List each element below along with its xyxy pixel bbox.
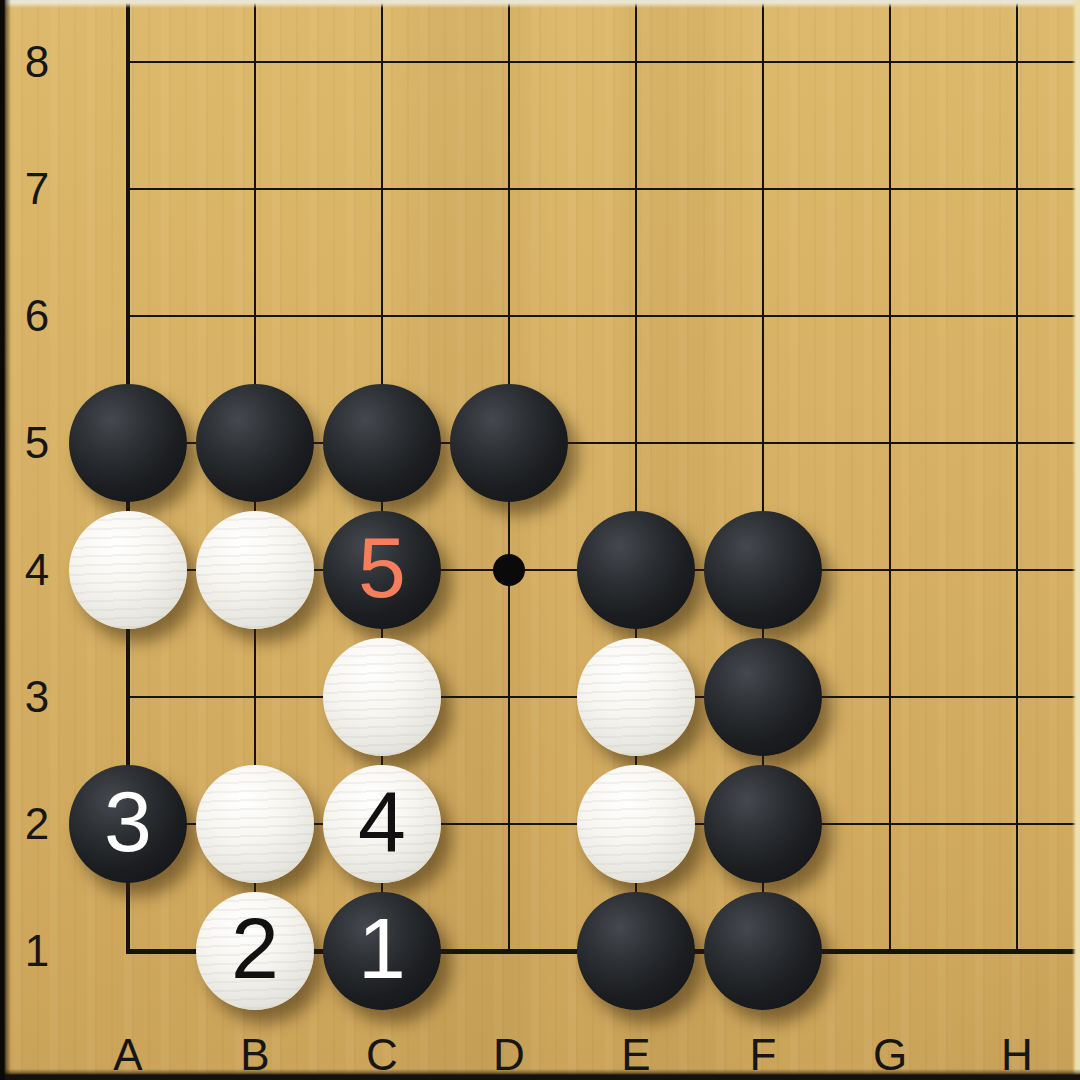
column-label-C: C <box>366 1033 398 1077</box>
row-label-3: 3 <box>25 675 49 719</box>
stone-black-E4[interactable] <box>577 511 695 629</box>
grid-line-row-6 <box>126 315 1080 317</box>
grid-line-row-8 <box>126 61 1080 63</box>
stone-white-C2[interactable]: 4 <box>323 765 441 883</box>
move-number-1: 1 <box>358 905 406 991</box>
stone-black-C5[interactable] <box>323 384 441 502</box>
stone-white-E2[interactable] <box>577 765 695 883</box>
stone-white-A4[interactable] <box>69 511 187 629</box>
stone-black-F3[interactable] <box>704 638 822 756</box>
star-point-D4 <box>493 554 525 586</box>
row-label-2: 2 <box>25 802 49 846</box>
column-label-A: A <box>113 1033 142 1077</box>
row-label-4: 4 <box>25 548 49 592</box>
stone-black-F4[interactable] <box>704 511 822 629</box>
stone-white-E3[interactable] <box>577 638 695 756</box>
column-label-D: D <box>493 1033 525 1077</box>
grid-line-col-H <box>1016 0 1018 954</box>
board-edge-right <box>1072 0 1080 1080</box>
grid-line-col-G <box>889 0 891 954</box>
board-edge-top <box>0 0 1080 8</box>
stone-black-A2[interactable]: 3 <box>69 765 187 883</box>
column-label-G: G <box>873 1033 907 1077</box>
move-number-5: 5 <box>358 524 406 610</box>
row-label-7: 7 <box>25 167 49 211</box>
column-label-F: F <box>750 1033 777 1077</box>
column-label-E: E <box>621 1033 650 1077</box>
board-edge-bottom <box>0 1069 1080 1080</box>
stone-black-E1[interactable] <box>577 892 695 1010</box>
stone-black-F1[interactable] <box>704 892 822 1010</box>
stone-white-B1[interactable]: 2 <box>196 892 314 1010</box>
stone-black-B5[interactable] <box>196 384 314 502</box>
grid-line-row-7 <box>126 188 1080 190</box>
row-label-1: 1 <box>25 929 49 973</box>
stone-white-B4[interactable] <box>196 511 314 629</box>
column-label-H: H <box>1001 1033 1033 1077</box>
stone-black-F2[interactable] <box>704 765 822 883</box>
stone-black-D5[interactable] <box>450 384 568 502</box>
stone-white-B2[interactable] <box>196 765 314 883</box>
go-board[interactable]: 53421 12345678 ABCDEFGH <box>0 0 1080 1080</box>
row-label-8: 8 <box>25 40 49 84</box>
row-label-5: 5 <box>25 421 49 465</box>
column-label-B: B <box>240 1033 269 1077</box>
stone-black-C4[interactable]: 5 <box>323 511 441 629</box>
board-edge-left <box>0 0 11 1080</box>
move-number-2: 2 <box>231 905 279 991</box>
row-label-6: 6 <box>25 294 49 338</box>
stone-black-A5[interactable] <box>69 384 187 502</box>
stone-black-C1[interactable]: 1 <box>323 892 441 1010</box>
move-number-3: 3 <box>104 778 152 864</box>
stone-white-C3[interactable] <box>323 638 441 756</box>
move-number-4: 4 <box>358 778 406 864</box>
